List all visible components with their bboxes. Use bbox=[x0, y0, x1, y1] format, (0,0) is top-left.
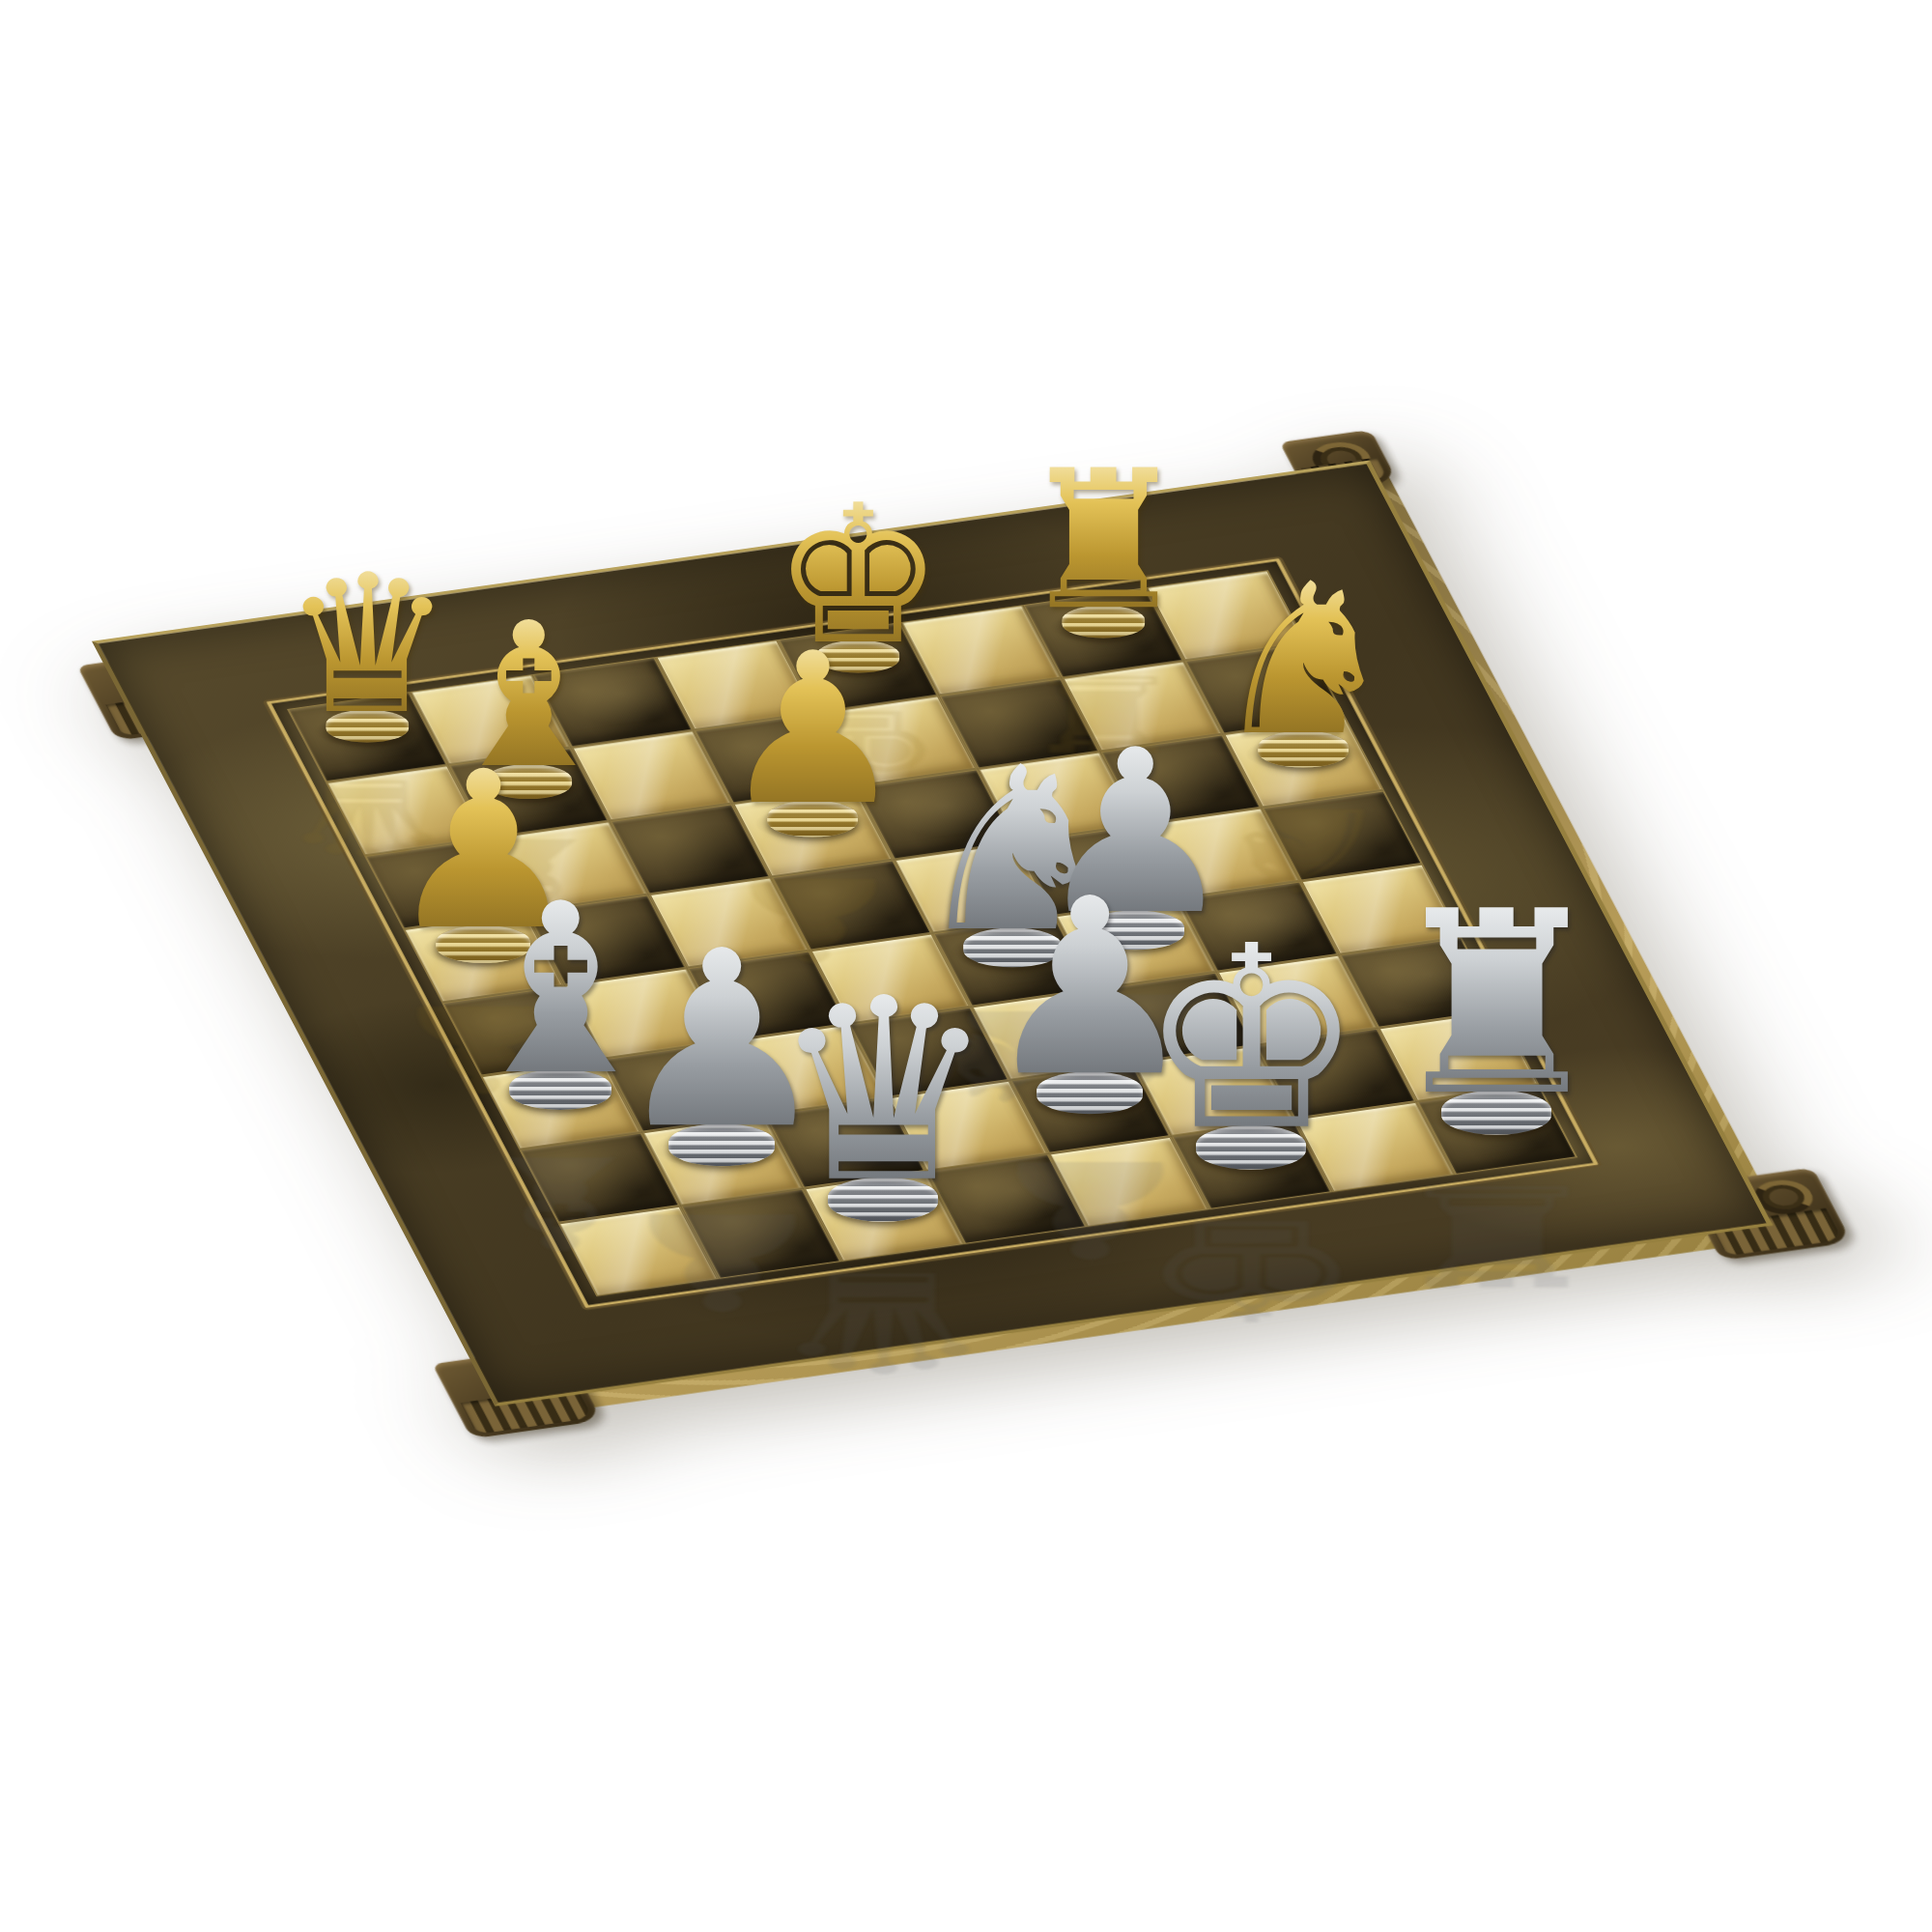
queen-glyph: ♛ bbox=[282, 550, 454, 741]
knight-glyph: ♞ bbox=[1210, 556, 1398, 765]
photo-scene: ♛♛♚♚♜♜♝♝♞♞♟♟♟♟♞♞♟♟♝♝♟♟♟♟♛♛♚♚♜♜ bbox=[0, 0, 1932, 1932]
piece-gold-queen-a8[interactable]: ♛♛ bbox=[282, 550, 454, 743]
king-glyph: ♚ bbox=[1139, 914, 1365, 1166]
rook-glyph: ♜ bbox=[1018, 445, 1190, 637]
piece-reflection: ♜ bbox=[1384, 1164, 1610, 1303]
piece-silver-queen-c1[interactable]: ♛♛ bbox=[771, 966, 997, 1222]
piece-reflection: ♛ bbox=[771, 1251, 997, 1390]
queen-glyph: ♛ bbox=[771, 966, 997, 1218]
piece-reflection: ♚ bbox=[1139, 1199, 1365, 1338]
piece-gold-pawn-d6[interactable]: ♟♟ bbox=[720, 626, 907, 838]
rook-glyph: ♜ bbox=[1384, 879, 1610, 1131]
piece-silver-king-f1[interactable]: ♚♚ bbox=[1139, 914, 1365, 1170]
piece-silver-rook-h1[interactable]: ♜♜ bbox=[1384, 879, 1610, 1135]
piece-gold-knight-h6[interactable]: ♞♞ bbox=[1210, 556, 1398, 768]
piece-gold-rook-g8[interactable]: ♜♜ bbox=[1018, 445, 1190, 639]
pawn-glyph: ♟ bbox=[720, 626, 907, 835]
piece-reflection: ♞ bbox=[1210, 792, 1398, 907]
